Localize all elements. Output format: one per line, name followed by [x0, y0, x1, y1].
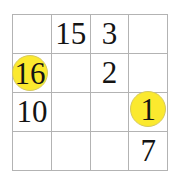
cell-r1c2: 15 — [52, 15, 90, 53]
cell-value: 3 — [102, 18, 118, 49]
cell-value: 15 — [55, 18, 86, 49]
cell-r4c4: 7 — [129, 132, 167, 170]
cell-r3c4: 1 — [129, 93, 167, 131]
cell-r4c2[interactable] — [52, 132, 90, 170]
cell-r4c1[interactable] — [13, 132, 51, 170]
cell-r3c2[interactable] — [52, 93, 90, 131]
cell-r3c1: 10 — [13, 93, 51, 131]
puzzle-grid: 15 3 16 2 10 1 7 — [12, 14, 168, 171]
circle-highlight: 16 — [12, 55, 48, 91]
circle-highlight: 1 — [130, 91, 166, 127]
cell-r1c3: 3 — [91, 15, 129, 53]
cell-value: 10 — [16, 96, 47, 127]
cell-r3c3[interactable] — [91, 93, 129, 131]
cell-value: 16 — [14, 58, 45, 89]
cell-value: 1 — [140, 94, 156, 125]
cell-r2c4[interactable] — [129, 54, 167, 92]
cell-r2c1: 16 — [13, 54, 51, 92]
cell-r2c3: 2 — [91, 54, 129, 92]
cell-r1c4[interactable] — [129, 15, 167, 53]
cell-r1c1[interactable] — [13, 15, 51, 53]
cell-r4c3[interactable] — [91, 132, 129, 170]
cell-value: 2 — [102, 57, 118, 88]
cell-r2c2[interactable] — [52, 54, 90, 92]
cell-value: 7 — [140, 135, 156, 166]
